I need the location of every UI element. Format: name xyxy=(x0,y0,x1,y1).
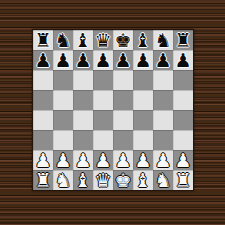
square-c5[interactable] xyxy=(73,90,93,110)
square-h1[interactable]: ♜ xyxy=(173,170,193,190)
square-e6[interactable] xyxy=(113,70,133,90)
piece-black-pawn[interactable]: ♟ xyxy=(153,50,173,70)
square-e2[interactable]: ♟ xyxy=(113,150,133,170)
square-a8[interactable]: ♜ xyxy=(33,30,53,50)
piece-white-bishop[interactable]: ♝ xyxy=(133,170,153,190)
square-g7[interactable]: ♟ xyxy=(153,50,173,70)
square-f2[interactable]: ♟ xyxy=(133,150,153,170)
square-h8[interactable]: ♜ xyxy=(173,30,193,50)
square-h4[interactable] xyxy=(173,110,193,130)
square-a3[interactable] xyxy=(33,130,53,150)
piece-black-rook[interactable]: ♜ xyxy=(33,30,53,50)
piece-black-knight[interactable]: ♞ xyxy=(53,30,73,50)
square-h5[interactable] xyxy=(173,90,193,110)
piece-black-bishop[interactable]: ♝ xyxy=(133,30,153,50)
square-d6[interactable] xyxy=(93,70,113,90)
piece-white-pawn[interactable]: ♟ xyxy=(153,150,173,170)
piece-black-queen[interactable]: ♛ xyxy=(93,30,113,50)
piece-black-rook[interactable]: ♜ xyxy=(173,30,193,50)
square-g5[interactable] xyxy=(153,90,173,110)
square-h2[interactable]: ♟ xyxy=(173,150,193,170)
square-c3[interactable] xyxy=(73,130,93,150)
piece-white-pawn[interactable]: ♟ xyxy=(173,150,193,170)
square-b6[interactable] xyxy=(53,70,73,90)
square-b8[interactable]: ♞ xyxy=(53,30,73,50)
square-g3[interactable] xyxy=(153,130,173,150)
piece-white-pawn[interactable]: ♟ xyxy=(93,150,113,170)
square-e1[interactable]: ♚ xyxy=(113,170,133,190)
piece-black-pawn[interactable]: ♟ xyxy=(133,50,153,70)
square-d7[interactable]: ♟ xyxy=(93,50,113,70)
square-d2[interactable]: ♟ xyxy=(93,150,113,170)
piece-white-pawn[interactable]: ♟ xyxy=(33,150,53,170)
square-d1[interactable]: ♛ xyxy=(93,170,113,190)
piece-white-rook[interactable]: ♜ xyxy=(173,170,193,190)
piece-white-pawn[interactable]: ♟ xyxy=(53,150,73,170)
piece-black-pawn[interactable]: ♟ xyxy=(53,50,73,70)
square-b2[interactable]: ♟ xyxy=(53,150,73,170)
square-c6[interactable] xyxy=(73,70,93,90)
square-a2[interactable]: ♟ xyxy=(33,150,53,170)
square-h6[interactable] xyxy=(173,70,193,90)
square-e8[interactable]: ♚ xyxy=(113,30,133,50)
square-f7[interactable]: ♟ xyxy=(133,50,153,70)
square-f1[interactable]: ♝ xyxy=(133,170,153,190)
square-e4[interactable] xyxy=(113,110,133,130)
piece-black-pawn[interactable]: ♟ xyxy=(73,50,93,70)
piece-white-queen[interactable]: ♛ xyxy=(93,170,113,190)
square-g8[interactable]: ♞ xyxy=(153,30,173,50)
square-f3[interactable] xyxy=(133,130,153,150)
piece-black-pawn[interactable]: ♟ xyxy=(113,50,133,70)
square-a6[interactable] xyxy=(33,70,53,90)
square-g2[interactable]: ♟ xyxy=(153,150,173,170)
square-b5[interactable] xyxy=(53,90,73,110)
square-e7[interactable]: ♟ xyxy=(113,50,133,70)
square-e3[interactable] xyxy=(113,130,133,150)
piece-black-pawn[interactable]: ♟ xyxy=(93,50,113,70)
square-c7[interactable]: ♟ xyxy=(73,50,93,70)
wood-table-background: ♜♞♝♛♚♝♞♜♟♟♟♟♟♟♟♟♟♟♟♟♟♟♟♟♜♞♝♛♚♝♞♜ xyxy=(0,0,225,225)
square-f6[interactable] xyxy=(133,70,153,90)
piece-black-knight[interactable]: ♞ xyxy=(153,30,173,50)
piece-black-pawn[interactable]: ♟ xyxy=(33,50,53,70)
piece-black-bishop[interactable]: ♝ xyxy=(73,30,93,50)
square-h3[interactable] xyxy=(173,130,193,150)
square-c2[interactable]: ♟ xyxy=(73,150,93,170)
square-c8[interactable]: ♝ xyxy=(73,30,93,50)
square-d3[interactable] xyxy=(93,130,113,150)
square-g1[interactable]: ♞ xyxy=(153,170,173,190)
square-a1[interactable]: ♜ xyxy=(33,170,53,190)
chess-board: ♜♞♝♛♚♝♞♜♟♟♟♟♟♟♟♟♟♟♟♟♟♟♟♟♜♞♝♛♚♝♞♜ xyxy=(32,29,194,191)
square-f8[interactable]: ♝ xyxy=(133,30,153,50)
square-g4[interactable] xyxy=(153,110,173,130)
square-g6[interactable] xyxy=(153,70,173,90)
piece-black-king[interactable]: ♚ xyxy=(113,30,133,50)
square-f4[interactable] xyxy=(133,110,153,130)
square-b4[interactable] xyxy=(53,110,73,130)
square-b7[interactable]: ♟ xyxy=(53,50,73,70)
piece-white-knight[interactable]: ♞ xyxy=(153,170,173,190)
piece-white-rook[interactable]: ♜ xyxy=(33,170,53,190)
square-c1[interactable]: ♝ xyxy=(73,170,93,190)
square-a5[interactable] xyxy=(33,90,53,110)
square-d8[interactable]: ♛ xyxy=(93,30,113,50)
piece-black-pawn[interactable]: ♟ xyxy=(173,50,193,70)
square-d4[interactable] xyxy=(93,110,113,130)
square-d5[interactable] xyxy=(93,90,113,110)
piece-white-pawn[interactable]: ♟ xyxy=(113,150,133,170)
square-a7[interactable]: ♟ xyxy=(33,50,53,70)
square-h7[interactable]: ♟ xyxy=(173,50,193,70)
square-c4[interactable] xyxy=(73,110,93,130)
piece-white-bishop[interactable]: ♝ xyxy=(73,170,93,190)
piece-white-knight[interactable]: ♞ xyxy=(53,170,73,190)
square-b1[interactable]: ♞ xyxy=(53,170,73,190)
piece-white-pawn[interactable]: ♟ xyxy=(133,150,153,170)
square-f5[interactable] xyxy=(133,90,153,110)
square-a4[interactable] xyxy=(33,110,53,130)
square-e5[interactable] xyxy=(113,90,133,110)
square-b3[interactable] xyxy=(53,130,73,150)
piece-white-king[interactable]: ♚ xyxy=(113,170,133,190)
piece-white-pawn[interactable]: ♟ xyxy=(73,150,93,170)
